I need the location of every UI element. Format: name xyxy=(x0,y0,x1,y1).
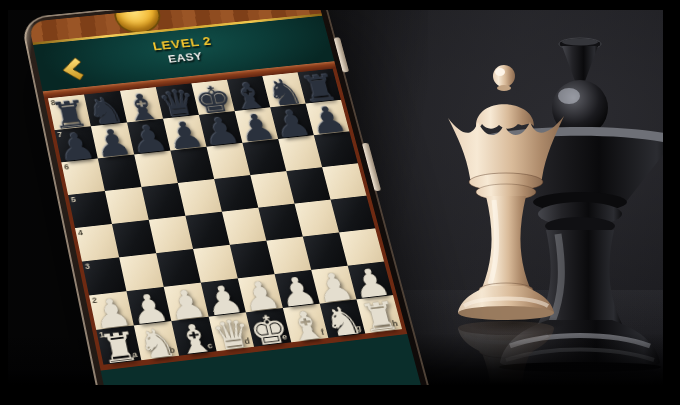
piece-black-pawn[interactable]: ♟ xyxy=(306,101,351,140)
square-h4[interactable] xyxy=(331,196,376,233)
scene: LEVEL 2 EASY 8♜♞♝♛♚♝♞♜7♟♟♟♟♟♟♟♟65432♟♟♟♟… xyxy=(8,10,663,385)
rank-label-3: 3 xyxy=(84,263,90,271)
rank-label-4: 4 xyxy=(77,229,83,237)
square-h7[interactable]: ♟ xyxy=(306,100,350,135)
white-queen-illustration xyxy=(440,54,574,322)
square-h1[interactable]: h♜ xyxy=(356,295,402,333)
chess-board: 8♜♞♝♛♚♝♞♜7♟♟♟♟♟♟♟♟65432♟♟♟♟♟♟♟♟1a♜b♞c♝d♛… xyxy=(44,68,407,370)
rank-label-5: 5 xyxy=(70,196,76,204)
screenshot-frame: LEVEL 2 EASY 8♜♞♝♛♚♝♞♜7♟♟♟♟♟♟♟♟65432♟♟♟♟… xyxy=(0,0,680,405)
square-h5[interactable] xyxy=(322,163,366,199)
